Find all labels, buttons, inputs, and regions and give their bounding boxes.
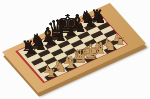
white-rook: ♜: [46, 67, 56, 78]
black-pawn: ♟: [26, 44, 37, 56]
black-pawn: ♟: [36, 40, 47, 52]
black-pawn: ♟: [55, 31, 66, 43]
black-pawn: ♟: [85, 17, 96, 29]
white-rook: ♜: [115, 36, 125, 47]
black-pawn: ♟: [65, 26, 76, 38]
black-pawn: ♟: [46, 35, 57, 47]
black-pawn: ♟: [75, 22, 86, 34]
chess-set-photo: ♜♞♝♛♚♝♞♜♟♟♟♟♟♟♟♟♟♟♟♟♟♟♟♟♜♞♝♛♚♝♞♜: [0, 0, 150, 99]
black-pawn: ♟: [95, 13, 106, 25]
white-knight: ♞: [55, 61, 67, 75]
